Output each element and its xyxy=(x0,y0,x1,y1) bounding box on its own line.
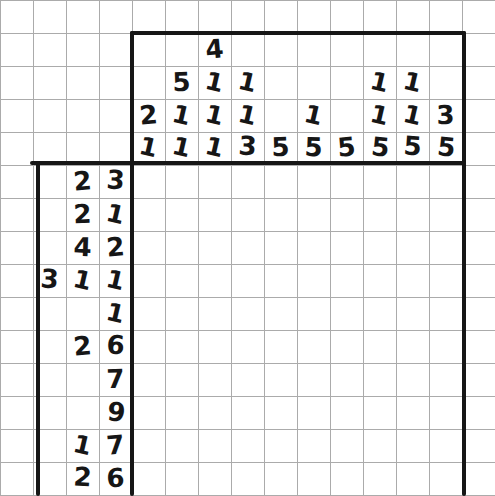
board-cell[interactable] xyxy=(330,330,363,363)
board-cell[interactable] xyxy=(165,462,198,495)
column-clue: 4 xyxy=(197,32,233,68)
row-clue: 4 xyxy=(65,229,99,263)
column-clue: 5 xyxy=(428,130,464,166)
row-clue: 3 xyxy=(98,162,133,197)
column-clue: 1 xyxy=(195,96,234,134)
board-cell[interactable] xyxy=(429,462,462,495)
board-cell[interactable] xyxy=(363,396,396,429)
board-cell[interactable] xyxy=(429,396,462,429)
board-cell[interactable] xyxy=(396,396,429,429)
column-clue: 1 xyxy=(393,63,432,101)
board-cell[interactable] xyxy=(198,264,231,297)
board-cell[interactable] xyxy=(363,231,396,264)
board-cell[interactable] xyxy=(396,462,429,495)
row-clue: 2 xyxy=(65,196,99,230)
board-cell[interactable] xyxy=(231,363,264,396)
board-cell[interactable] xyxy=(132,330,165,363)
column-clue: 1 xyxy=(195,63,234,101)
board-cell[interactable] xyxy=(297,231,330,264)
column-clue: 1 xyxy=(360,96,399,134)
board-cell[interactable] xyxy=(231,330,264,363)
column-clue: 3 xyxy=(230,129,265,164)
board-cell[interactable] xyxy=(231,462,264,495)
board-cell[interactable] xyxy=(297,462,330,495)
board-cell[interactable] xyxy=(264,297,297,330)
board-cell[interactable] xyxy=(231,264,264,297)
board-cell[interactable] xyxy=(297,165,330,198)
board-cell[interactable] xyxy=(330,462,363,495)
row-clue: 1 xyxy=(96,294,135,332)
board-cell[interactable] xyxy=(297,363,330,396)
column-clue: 5 xyxy=(395,129,430,164)
board-cell[interactable] xyxy=(165,231,198,264)
column-clue: 1 xyxy=(360,63,399,101)
board-cell[interactable] xyxy=(132,231,165,264)
column-clue: 5 xyxy=(263,131,297,165)
board-cell[interactable] xyxy=(429,264,462,297)
board-cell[interactable] xyxy=(264,231,297,264)
board-cell[interactable] xyxy=(198,462,231,495)
row-clue: 7 xyxy=(98,361,132,395)
row-clue: 2 xyxy=(65,459,100,494)
board-cell[interactable] xyxy=(198,165,231,198)
board-cell[interactable] xyxy=(231,198,264,231)
board-cell[interactable] xyxy=(231,429,264,462)
board-cell[interactable] xyxy=(330,297,363,330)
board-cell[interactable] xyxy=(429,429,462,462)
board-cell[interactable] xyxy=(363,198,396,231)
board-cell[interactable] xyxy=(429,231,462,264)
board-cell[interactable] xyxy=(165,264,198,297)
board-cell[interactable] xyxy=(363,429,396,462)
column-clue: 2 xyxy=(131,97,167,133)
board-cell[interactable] xyxy=(198,429,231,462)
row-clue: 6 xyxy=(98,327,133,362)
row-clue: 2 xyxy=(65,163,101,199)
board-cell[interactable] xyxy=(396,330,429,363)
column-clue: 3 xyxy=(428,98,462,132)
column-clue: 1 xyxy=(162,96,201,134)
board-cell[interactable] xyxy=(165,396,198,429)
board-cell[interactable] xyxy=(165,330,198,363)
row-clue: 2 xyxy=(98,229,134,265)
board-cell[interactable] xyxy=(363,462,396,495)
board-cell[interactable] xyxy=(165,429,198,462)
row-clue: 7 xyxy=(98,427,134,463)
board-cell[interactable] xyxy=(264,264,297,297)
column-clue: 1 xyxy=(129,129,168,167)
column-clue: 5 xyxy=(329,130,365,166)
board-cell[interactable] xyxy=(264,462,297,495)
board-cell[interactable] xyxy=(297,198,330,231)
column-clue: 1 xyxy=(294,96,333,134)
board-cell[interactable] xyxy=(363,297,396,330)
board-cell[interactable] xyxy=(231,165,264,198)
column-clue: 5 xyxy=(164,65,198,99)
board-cell[interactable] xyxy=(330,429,363,462)
board-cell[interactable] xyxy=(165,363,198,396)
board-cell[interactable] xyxy=(165,297,198,330)
board-cell[interactable] xyxy=(396,363,429,396)
column-clue: 1 xyxy=(195,129,234,167)
row-clue: 1 xyxy=(96,195,135,233)
board-cell[interactable] xyxy=(231,297,264,330)
board-cell[interactable] xyxy=(297,396,330,429)
row-clue: 1 xyxy=(96,261,135,299)
board-cell[interactable] xyxy=(429,330,462,363)
row-clue: 6 xyxy=(98,460,132,494)
board-cell[interactable] xyxy=(231,231,264,264)
board-cell[interactable] xyxy=(264,330,297,363)
board-cell[interactable] xyxy=(231,396,264,429)
graph-paper: 215114111113515511511535 232142311126791… xyxy=(0,0,495,496)
board-cell[interactable] xyxy=(396,297,429,330)
board-cell[interactable] xyxy=(132,429,165,462)
board-cell[interactable] xyxy=(165,198,198,231)
board-cell[interactable] xyxy=(264,165,297,198)
board-cell[interactable] xyxy=(330,198,363,231)
board-cell[interactable] xyxy=(429,165,462,198)
board-cell[interactable] xyxy=(297,264,330,297)
board-cell[interactable] xyxy=(363,264,396,297)
board-cell[interactable] xyxy=(198,198,231,231)
board-cell[interactable] xyxy=(363,363,396,396)
board-cell[interactable] xyxy=(264,429,297,462)
board-cell[interactable] xyxy=(396,231,429,264)
column-clue: 5 xyxy=(362,130,398,166)
column-clue: 5 xyxy=(296,131,330,165)
board-cell[interactable] xyxy=(330,396,363,429)
board-cell[interactable] xyxy=(396,429,429,462)
board-cell[interactable] xyxy=(330,363,363,396)
nonogram-board xyxy=(132,165,462,495)
row-clue: 1 xyxy=(63,426,102,464)
row-clue: 1 xyxy=(63,261,102,299)
board-cell[interactable] xyxy=(330,264,363,297)
column-clue: 1 xyxy=(162,129,201,167)
board-cell[interactable] xyxy=(198,231,231,264)
board-cell[interactable] xyxy=(297,429,330,462)
board-cell[interactable] xyxy=(264,198,297,231)
board-right-border xyxy=(462,31,466,496)
column-clue: 1 xyxy=(228,63,267,101)
row-clue: 9 xyxy=(98,393,134,429)
board-cell[interactable] xyxy=(198,330,231,363)
board-cell[interactable] xyxy=(330,165,363,198)
board-cell[interactable] xyxy=(297,330,330,363)
board-cell[interactable] xyxy=(198,363,231,396)
board-cell[interactable] xyxy=(165,165,198,198)
board-cell[interactable] xyxy=(429,297,462,330)
board-cell[interactable] xyxy=(132,264,165,297)
board-cell[interactable] xyxy=(264,363,297,396)
board-cell[interactable] xyxy=(198,396,231,429)
board-cell[interactable] xyxy=(132,165,165,198)
board-cell[interactable] xyxy=(198,297,231,330)
row-clue: 2 xyxy=(65,328,101,364)
board-cell[interactable] xyxy=(396,165,429,198)
board-cell[interactable] xyxy=(297,297,330,330)
board-cell[interactable] xyxy=(132,198,165,231)
board-cell[interactable] xyxy=(132,396,165,429)
board-cell[interactable] xyxy=(396,198,429,231)
board-cell[interactable] xyxy=(330,231,363,264)
board-cell[interactable] xyxy=(396,264,429,297)
board-cell[interactable] xyxy=(132,363,165,396)
board-cell[interactable] xyxy=(429,198,462,231)
board-cell[interactable] xyxy=(132,462,165,495)
board-cell[interactable] xyxy=(429,363,462,396)
board-cell[interactable] xyxy=(132,297,165,330)
row-clues: 232142311126791726 xyxy=(33,164,132,494)
board-cell[interactable] xyxy=(264,396,297,429)
board-cell[interactable] xyxy=(363,330,396,363)
board-cell[interactable] xyxy=(363,165,396,198)
column-clues: 215114111113515511511535 xyxy=(132,33,462,164)
